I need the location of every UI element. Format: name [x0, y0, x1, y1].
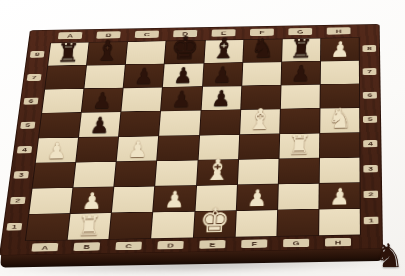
captured-black-knight-offboard[interactable]: ♞: [374, 239, 404, 272]
square-e7[interactable]: ♟: [203, 63, 242, 87]
square-g1[interactable]: [277, 209, 318, 236]
square-f5[interactable]: ♝: [240, 110, 280, 134]
square-h5[interactable]: ♞: [320, 108, 359, 132]
square-d1[interactable]: [152, 212, 194, 239]
piece-black-pawn-b5[interactable]: ♟: [89, 114, 110, 136]
file-label-top-F: F: [250, 29, 274, 36]
piece-black-pawn-g7[interactable]: ♟: [291, 63, 312, 85]
rank-label-right-6: 6: [363, 92, 377, 99]
square-f1[interactable]: [235, 210, 277, 237]
square-e1[interactable]: ♚: [193, 211, 235, 238]
photo-stage: ♜♝♚♝♞♜♟♟♟♟♟♟♟♟♟♝♞♟♟♜♝♟♟♟♟♜♚ AABBCCDDEEFF…: [0, 0, 405, 276]
piece-white-king-e1[interactable]: ♚: [199, 203, 231, 237]
rank-label-right-5: 5: [363, 116, 377, 123]
file-label-bottom-E: E: [199, 240, 225, 249]
square-e5[interactable]: [200, 110, 240, 134]
piece-black-pawn-b6[interactable]: ♟: [92, 90, 113, 112]
piece-white-pawn-d2[interactable]: ♟: [164, 189, 186, 212]
square-e6[interactable]: ♟: [201, 86, 241, 110]
piece-white-pawn-h2[interactable]: ♟: [329, 186, 351, 209]
piece-white-pawn-f2[interactable]: ♟: [247, 187, 269, 210]
square-a1[interactable]: [26, 214, 70, 241]
square-a4[interactable]: ♟: [36, 137, 78, 162]
square-c7[interactable]: ♟: [124, 64, 164, 88]
square-a8[interactable]: ♜: [48, 43, 89, 66]
square-b3[interactable]: [74, 162, 116, 188]
square-b2[interactable]: ♟: [71, 187, 114, 213]
square-c3[interactable]: [115, 161, 157, 187]
square-b7[interactable]: [85, 65, 126, 89]
square-g2[interactable]: [278, 183, 319, 209]
piece-black-rook-a8[interactable]: ♜: [56, 40, 80, 65]
square-c5[interactable]: [119, 112, 160, 137]
piece-black-pawn-d6[interactable]: ♟: [171, 89, 192, 111]
square-f4[interactable]: [239, 134, 279, 159]
square-c6[interactable]: [122, 88, 163, 112]
file-label-top-H: H: [327, 27, 351, 34]
square-a7[interactable]: [45, 66, 86, 90]
square-f2[interactable]: ♟: [236, 184, 277, 210]
piece-white-bishop-f5[interactable]: ♝: [247, 105, 274, 134]
file-label-top-B: B: [96, 31, 120, 38]
square-d5[interactable]: [159, 111, 200, 136]
file-label-bottom-A: A: [31, 243, 58, 252]
file-label-top-A: A: [58, 32, 83, 39]
file-label-bottom-G: G: [283, 239, 309, 248]
rank-label-right-2: 2: [364, 191, 379, 199]
square-d2[interactable]: ♟: [154, 186, 196, 212]
square-b8[interactable]: ♝: [87, 42, 127, 65]
square-d8[interactable]: ♚: [165, 41, 204, 64]
square-d4[interactable]: [158, 135, 199, 160]
square-c4[interactable]: ♟: [117, 136, 158, 161]
piece-black-pawn-c7[interactable]: ♟: [133, 66, 154, 88]
piece-white-pawn-a4[interactable]: ♟: [46, 140, 67, 163]
square-h8[interactable]: ♟: [321, 38, 359, 61]
piece-black-pawn-d7[interactable]: ♟: [173, 65, 194, 87]
piece-white-rook-g4[interactable]: ♜: [287, 132, 312, 158]
square-b1[interactable]: ♜: [68, 213, 111, 240]
rank-label-left-3: 3: [13, 171, 28, 179]
file-label-top-G: G: [288, 28, 312, 35]
square-d7[interactable]: ♟: [163, 64, 203, 88]
square-g4[interactable]: ♜: [279, 133, 319, 158]
square-h1[interactable]: [319, 209, 360, 236]
square-d6[interactable]: ♟: [161, 87, 201, 111]
rank-label-right-8: 8: [362, 45, 376, 52]
rank-label-left-8: 8: [30, 51, 45, 58]
rank-label-right-1: 1: [364, 217, 379, 225]
square-e3[interactable]: ♝: [197, 159, 238, 185]
square-d3[interactable]: [156, 160, 198, 186]
square-f8[interactable]: ♞: [243, 39, 282, 62]
square-g8[interactable]: ♜: [282, 39, 320, 62]
square-h7[interactable]: [321, 61, 359, 85]
rank-label-right-4: 4: [363, 140, 377, 147]
file-label-top-E: E: [212, 29, 236, 36]
square-c2[interactable]: [112, 186, 154, 212]
file-label-bottom-H: H: [325, 238, 351, 247]
square-f3[interactable]: [238, 159, 279, 185]
piece-white-pawn-c4[interactable]: ♟: [127, 138, 148, 161]
square-h2[interactable]: ♟: [319, 183, 359, 209]
square-h3[interactable]: [320, 157, 360, 182]
piece-black-knight-f8[interactable]: ♞: [250, 35, 276, 62]
piece-black-pawn-e7[interactable]: ♟: [212, 64, 233, 86]
square-g6[interactable]: [281, 85, 320, 109]
square-h4[interactable]: [320, 132, 360, 157]
rank-label-right-3: 3: [363, 165, 378, 172]
square-e8[interactable]: ♝: [204, 40, 243, 63]
chess-board: ♜♝♚♝♞♜♟♟♟♟♟♟♟♟♟♝♞♟♟♜♝♟♟♟♟♜♚ AABBCCDDEEFF…: [0, 24, 383, 255]
square-a2[interactable]: [29, 188, 72, 214]
file-label-top-D: D: [173, 30, 197, 37]
piece-white-knight-h5[interactable]: ♞: [327, 104, 353, 132]
piece-white-bishop-e3[interactable]: ♝: [204, 155, 232, 185]
rank-label-left-7: 7: [27, 74, 42, 81]
square-g7[interactable]: ♟: [281, 62, 320, 86]
square-b5[interactable]: ♟: [79, 112, 120, 137]
square-f7[interactable]: [242, 62, 281, 86]
square-b4[interactable]: [76, 137, 118, 162]
rank-label-left-5: 5: [20, 122, 35, 129]
file-label-bottom-B: B: [73, 242, 100, 251]
square-b6[interactable]: ♟: [82, 88, 123, 112]
piece-black-bishop-b8[interactable]: ♝: [94, 37, 121, 65]
square-a5[interactable]: [39, 113, 81, 138]
piece-black-pawn-e6[interactable]: ♟: [211, 88, 232, 110]
rank-label-right-7: 7: [363, 68, 377, 75]
file-label-bottom-F: F: [241, 239, 267, 248]
rank-label-left-1: 1: [6, 223, 22, 231]
file-label-bottom-D: D: [157, 241, 183, 250]
rank-label-left-2: 2: [10, 197, 26, 205]
square-c1[interactable]: [110, 212, 153, 239]
board-perspective-wrapper: ♜♝♚♝♞♜♟♟♟♟♟♟♟♟♟♝♞♟♟♜♝♟♟♟♟♜♚ AABBCCDDEEFF…: [0, 0, 405, 276]
file-label-top-C: C: [135, 31, 159, 38]
file-label-bottom-C: C: [115, 242, 142, 251]
square-g3[interactable]: [279, 158, 319, 183]
piece-white-pawn-h8[interactable]: ♟: [330, 39, 350, 61]
piece-black-rook-g8[interactable]: ♜: [290, 36, 314, 61]
square-a6[interactable]: [42, 89, 83, 113]
square-a3[interactable]: [33, 162, 76, 188]
rank-label-left-4: 4: [17, 146, 32, 153]
piece-black-bishop-e8[interactable]: ♝: [211, 35, 238, 63]
square-c8[interactable]: [126, 41, 166, 64]
piece-white-rook-b1[interactable]: ♜: [76, 212, 102, 239]
rank-label-left-6: 6: [24, 98, 39, 105]
coordinate-labels: AABBCCDDEEFFGGHH1122334455667788: [30, 24, 380, 30]
board-grid: ♜♝♚♝♞♜♟♟♟♟♟♟♟♟♟♝♞♟♟♜♝♟♟♟♟♜♚: [25, 37, 361, 241]
